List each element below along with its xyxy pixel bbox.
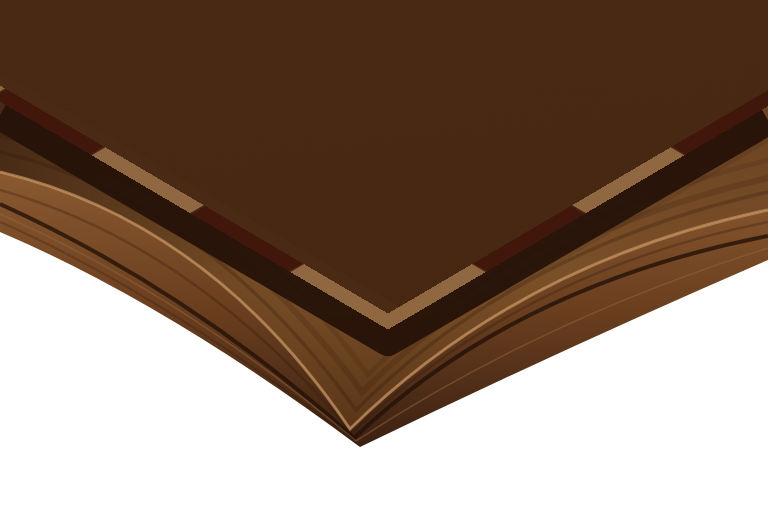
square[interactable] <box>0 17 1 74</box>
chessboard-product-photo <box>0 0 768 512</box>
